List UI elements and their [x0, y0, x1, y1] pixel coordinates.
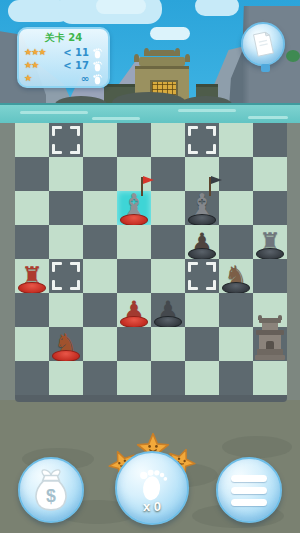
bush	[286, 50, 300, 62]
scroll-button[interactable]	[241, 22, 285, 66]
board-cell-r1c3[interactable]	[83, 123, 117, 157]
star-icons: ★★★	[24, 48, 57, 57]
board-cell-r5c8[interactable]	[253, 259, 287, 293]
board-cell-r1c6[interactable]	[185, 123, 219, 157]
board-cell-r4c2[interactable]	[49, 225, 83, 259]
board-shadow-edge	[15, 395, 287, 402]
board-cell-r8c5[interactable]	[151, 361, 185, 395]
cloud	[96, 0, 146, 14]
menu-bar	[231, 475, 267, 482]
board-cell-r3c1[interactable]	[15, 191, 49, 225]
target-marker-corner	[188, 144, 198, 154]
board-cell-r3c2[interactable]	[49, 191, 83, 225]
board: ♝♝♟♜♜♞♟♟♞	[15, 123, 287, 395]
board-cell-r2c3[interactable]	[83, 157, 117, 191]
cloud	[195, 0, 239, 16]
board-cell-r7c2[interactable]: ♞	[49, 327, 83, 361]
board-cell-r1c8[interactable]	[253, 123, 287, 157]
board-cell-r2c5[interactable]	[151, 157, 185, 191]
game-screen: ♝♝♟♜♜♞♟♟♞ 关卡 24 ★★★< 11★★< 17★∞ $	[0, 0, 300, 533]
menu-bar	[231, 487, 267, 494]
target-marker-corner	[52, 262, 62, 272]
board-cell-r7c3[interactable]	[83, 327, 117, 361]
piece-red-soldier[interactable]: ♟	[117, 274, 151, 328]
board-cell-r8c2[interactable]	[49, 361, 83, 395]
piece-red-cannon[interactable]: ♜	[15, 240, 49, 294]
board-cell-r5c2[interactable]	[49, 259, 83, 293]
target-marker-corner	[188, 262, 198, 272]
footprint-icon	[92, 73, 103, 85]
footprint-icon	[92, 60, 103, 72]
requirement-row-3star: ★★★< 11	[24, 46, 103, 59]
piece-neutral-fortress[interactable]	[253, 308, 287, 362]
board-cell-r7c8[interactable]	[253, 327, 287, 361]
board-cell-r5c7[interactable]: ♞	[219, 259, 253, 293]
piece-black-horse[interactable]: ♞	[219, 240, 253, 294]
red-flag	[143, 176, 154, 184]
menu-button[interactable]	[216, 457, 282, 523]
footprint-icon	[135, 465, 169, 503]
board-cell-r2c2[interactable]	[49, 157, 83, 191]
board-cell-r1c2[interactable]	[49, 123, 83, 157]
level-panel: 关卡 24 ★★★< 11★★< 17★∞	[17, 27, 110, 88]
board-cell-r1c4[interactable]	[117, 123, 151, 157]
target-marker-corner	[52, 280, 62, 290]
scroll-button-tag	[261, 64, 270, 72]
target-marker-corner	[188, 280, 198, 290]
water	[0, 103, 300, 125]
target-marker-corner	[206, 144, 216, 154]
target-marker-corner	[206, 280, 216, 290]
money-button[interactable]: $	[18, 457, 84, 523]
board-cell-r6c6[interactable]	[185, 293, 219, 327]
board-cell-r6c7[interactable]	[219, 293, 253, 327]
target-marker-corner	[52, 126, 62, 136]
star-icons: ★	[24, 74, 57, 83]
board-cell-r8c1[interactable]	[15, 361, 49, 395]
board-cell-r3c7[interactable]	[219, 191, 253, 225]
board-cell-r6c1[interactable]	[15, 293, 49, 327]
board-cell-r7c4[interactable]	[117, 327, 151, 361]
target-marker-corner	[206, 262, 216, 272]
money-bag-icon: $	[30, 467, 72, 513]
board-cell-r2c1[interactable]	[15, 157, 49, 191]
board-cell-r3c3[interactable]	[83, 191, 117, 225]
board-cell-r7c6[interactable]	[185, 327, 219, 361]
board-cell-r8c4[interactable]	[117, 361, 151, 395]
board-cell-r1c7[interactable]	[219, 123, 253, 157]
dollar-symbol: $	[46, 486, 56, 506]
steps-count-label: x 0	[117, 499, 187, 514]
board-cell-r4c8[interactable]: ♜	[253, 225, 287, 259]
board-cell-r2c8[interactable]	[253, 157, 287, 191]
target-marker-corner	[188, 126, 198, 136]
board-cell-r4c4[interactable]	[117, 225, 151, 259]
board-cell-r6c3[interactable]	[83, 293, 117, 327]
star-icons: ★★	[24, 61, 57, 70]
board-cell-r1c1[interactable]	[15, 123, 49, 157]
step-threshold: < 17	[57, 61, 92, 71]
paper-scroll-icon	[250, 29, 277, 59]
board-cell-r7c1[interactable]	[15, 327, 49, 361]
board-cell-r5c6[interactable]	[185, 259, 219, 293]
requirement-row-2star: ★★< 17	[24, 59, 103, 72]
piece-black-soldier[interactable]: ♟	[151, 274, 185, 328]
board-cell-r8c7[interactable]	[219, 361, 253, 395]
piece-red-horse[interactable]: ♞	[49, 308, 83, 362]
menu-bar	[231, 499, 267, 506]
board-cell-r8c6[interactable]	[185, 361, 219, 395]
target-marker-corner	[70, 280, 80, 290]
target-marker-corner	[70, 126, 80, 136]
board-cell-r4c6[interactable]: ♟	[185, 225, 219, 259]
cloud	[150, 27, 190, 40]
piece-black-soldier[interactable]: ♟	[185, 206, 219, 260]
footprint-icon	[92, 47, 103, 59]
board-cell-r5c1[interactable]: ♜	[15, 259, 49, 293]
board-cell-r7c5[interactable]	[151, 327, 185, 361]
board-cell-r6c4[interactable]: ♟	[117, 293, 151, 327]
board-cell-r5c3[interactable]	[83, 259, 117, 293]
target-marker-corner	[70, 144, 80, 154]
black-flag	[211, 176, 222, 184]
board-cell-r6c5[interactable]: ♟	[151, 293, 185, 327]
fortress-building	[253, 315, 287, 361]
board-cell-r1c5[interactable]	[151, 123, 185, 157]
board-cell-r4c3[interactable]	[83, 225, 117, 259]
step-threshold: < 11	[57, 48, 92, 58]
board-cell-r3c5[interactable]	[151, 191, 185, 225]
target-marker-corner	[206, 126, 216, 136]
board-cell-r8c8[interactable]	[253, 361, 287, 395]
level-title: 关卡 24	[19, 31, 108, 45]
steps-button[interactable]: x 0	[115, 451, 189, 525]
target-marker-corner	[52, 144, 62, 154]
requirement-row-1star: ★∞	[24, 72, 103, 85]
piece-red-elephant[interactable]: ♝	[117, 172, 151, 226]
target-marker-corner	[70, 262, 80, 272]
piece-black-cannon[interactable]: ♜	[253, 206, 287, 260]
star-requirements: ★★★< 11★★< 17★∞	[19, 45, 108, 85]
board-cell-r8c3[interactable]	[83, 361, 117, 395]
board-cell-r2c7[interactable]	[219, 157, 253, 191]
step-threshold: ∞	[57, 74, 92, 84]
board-cell-r4c5[interactable]	[151, 225, 185, 259]
board-cell-r3c4[interactable]: ♝	[117, 191, 151, 225]
board-cell-r7c7[interactable]	[219, 327, 253, 361]
